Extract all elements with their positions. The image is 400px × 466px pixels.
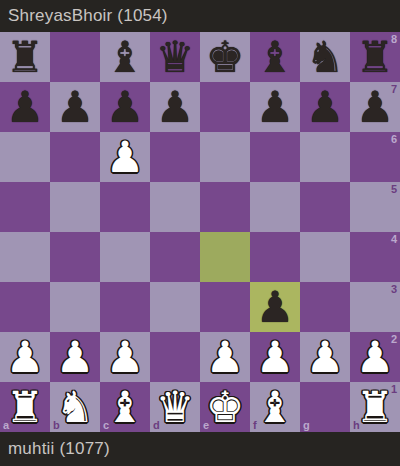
black-bishop[interactable]: ♝ [250,32,300,82]
white-rook[interactable]: ♜ [350,382,400,432]
white-pawn[interactable]: ♟ [200,332,250,382]
square-a3[interactable] [0,282,50,332]
square-b3[interactable] [50,282,100,332]
square-f6[interactable] [250,132,300,182]
square-h2[interactable]: ♟2 [350,332,400,382]
opponent-name-rating: ShreyasBhoir (1054) [8,6,168,26]
square-f2[interactable]: ♟ [250,332,300,382]
white-bishop[interactable]: ♝ [100,382,150,432]
square-e5[interactable] [200,182,250,232]
square-f3[interactable]: ♟ [250,282,300,332]
square-g2[interactable]: ♟ [300,332,350,382]
coord-rank-3: 3 [391,284,397,295]
square-b2[interactable]: ♟ [50,332,100,382]
black-knight[interactable]: ♞ [300,32,350,82]
square-h8[interactable]: ♜8 [350,32,400,82]
white-pawn[interactable]: ♟ [50,332,100,382]
square-h6[interactable]: 6 [350,132,400,182]
square-e4[interactable] [200,232,250,282]
square-c3[interactable] [100,282,150,332]
black-bishop[interactable]: ♝ [100,32,150,82]
square-a8[interactable]: ♜ [0,32,50,82]
square-e3[interactable] [200,282,250,332]
square-b5[interactable] [50,182,100,232]
black-pawn[interactable]: ♟ [250,82,300,132]
black-pawn[interactable]: ♟ [250,282,300,332]
square-d4[interactable] [150,232,200,282]
square-g7[interactable]: ♟ [300,82,350,132]
square-g4[interactable] [300,232,350,282]
square-g3[interactable] [300,282,350,332]
square-d8[interactable]: ♛ [150,32,200,82]
square-c6[interactable]: ♟ [100,132,150,182]
square-e8[interactable]: ♚ [200,32,250,82]
square-h4[interactable]: 4 [350,232,400,282]
black-rook[interactable]: ♜ [0,32,50,82]
white-pawn[interactable]: ♟ [100,332,150,382]
square-f4[interactable] [250,232,300,282]
coord-rank-5: 5 [391,184,397,195]
player-name-rating: muhtii (1077) [8,439,110,459]
square-b6[interactable] [50,132,100,182]
white-rook[interactable]: ♜ [0,382,50,432]
square-h7[interactable]: ♟7 [350,82,400,132]
square-f5[interactable] [250,182,300,232]
square-b8[interactable] [50,32,100,82]
white-pawn[interactable]: ♟ [300,332,350,382]
game-window: ShreyasBhoir (1054) ♜♝♛♚♝♞♜8♟♟♟♟♟♟♟7♟654… [0,0,400,466]
square-a5[interactable] [0,182,50,232]
square-a7[interactable]: ♟ [0,82,50,132]
square-c8[interactable]: ♝ [100,32,150,82]
square-b7[interactable]: ♟ [50,82,100,132]
square-e7[interactable] [200,82,250,132]
square-a1[interactable]: ♜a [0,382,50,432]
chess-board[interactable]: ♜♝♛♚♝♞♜8♟♟♟♟♟♟♟7♟654♟3♟♟♟♟♟♟♟2♜a♞b♝c♛d♚e… [0,32,400,432]
square-a6[interactable] [0,132,50,182]
black-pawn[interactable]: ♟ [150,82,200,132]
square-d7[interactable]: ♟ [150,82,200,132]
coord-rank-6: 6 [391,134,397,145]
square-b1[interactable]: ♞b [50,382,100,432]
opponent-bar: ShreyasBhoir (1054) [0,0,400,32]
black-pawn[interactable]: ♟ [350,82,400,132]
square-c1[interactable]: ♝c [100,382,150,432]
black-queen[interactable]: ♛ [150,32,200,82]
square-c7[interactable]: ♟ [100,82,150,132]
square-a2[interactable]: ♟ [0,332,50,382]
square-d2[interactable] [150,332,200,382]
square-c2[interactable]: ♟ [100,332,150,382]
coord-file-g: g [303,420,310,431]
square-g6[interactable] [300,132,350,182]
white-pawn[interactable]: ♟ [350,332,400,382]
square-f1[interactable]: ♝f [250,382,300,432]
black-pawn[interactable]: ♟ [100,82,150,132]
white-bishop[interactable]: ♝ [250,382,300,432]
black-pawn[interactable]: ♟ [50,82,100,132]
square-c5[interactable] [100,182,150,232]
black-king[interactable]: ♚ [200,32,250,82]
square-e2[interactable]: ♟ [200,332,250,382]
black-pawn[interactable]: ♟ [0,82,50,132]
square-a4[interactable] [0,232,50,282]
square-d5[interactable] [150,182,200,232]
square-f7[interactable]: ♟ [250,82,300,132]
white-pawn[interactable]: ♟ [250,332,300,382]
player-bar: muhtii (1077) [0,432,400,466]
square-b4[interactable] [50,232,100,282]
black-rook[interactable]: ♜ [350,32,400,82]
square-d1[interactable]: ♛d [150,382,200,432]
white-pawn[interactable]: ♟ [0,332,50,382]
square-g5[interactable] [300,182,350,232]
square-h1[interactable]: ♜1h [350,382,400,432]
square-f8[interactable]: ♝ [250,32,300,82]
square-g8[interactable]: ♞ [300,32,350,82]
coord-rank-4: 4 [391,234,397,245]
square-g1[interactable]: g [300,382,350,432]
square-e1[interactable]: ♚e [200,382,250,432]
square-h5[interactable]: 5 [350,182,400,232]
square-h3[interactable]: 3 [350,282,400,332]
white-knight[interactable]: ♞ [50,382,100,432]
black-pawn[interactable]: ♟ [300,82,350,132]
square-d6[interactable] [150,132,200,182]
square-c4[interactable] [100,232,150,282]
square-e6[interactable] [200,132,250,182]
square-d3[interactable] [150,282,200,332]
white-pawn[interactable]: ♟ [100,132,150,182]
white-king[interactable]: ♚ [200,382,250,432]
white-queen[interactable]: ♛ [150,382,200,432]
